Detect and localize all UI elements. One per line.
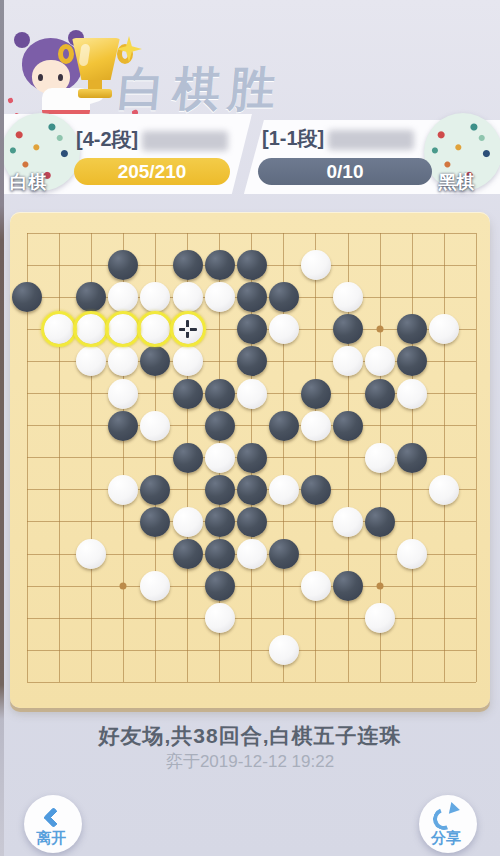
black-side-label: 黑棋 bbox=[438, 170, 474, 194]
stone-white bbox=[76, 346, 106, 376]
stone-white bbox=[205, 443, 235, 473]
stone-white bbox=[205, 603, 235, 633]
stone-black bbox=[237, 507, 267, 537]
stone-black bbox=[140, 346, 170, 376]
white-player-rank: [4-2段] bbox=[76, 126, 228, 153]
stone-black bbox=[237, 475, 267, 505]
winning-line-ring bbox=[73, 311, 109, 347]
stone-black bbox=[333, 314, 363, 344]
stone-white bbox=[237, 539, 267, 569]
game-timestamp: 弈于2019-12-12 19:22 bbox=[0, 750, 500, 773]
share-icon-arrowhead bbox=[449, 802, 461, 816]
stone-black bbox=[205, 475, 235, 505]
stone-white bbox=[365, 443, 395, 473]
stone-white bbox=[333, 346, 363, 376]
stone-black bbox=[397, 443, 427, 473]
black-player-rank: [1-1段] bbox=[262, 125, 414, 152]
stone-white bbox=[365, 603, 395, 633]
stone-white bbox=[140, 411, 170, 441]
stone-black bbox=[173, 443, 203, 473]
confetti bbox=[7, 97, 13, 103]
stone-black bbox=[333, 411, 363, 441]
screen-edge-artifact bbox=[0, 0, 4, 856]
stone-black bbox=[140, 507, 170, 537]
stone-white bbox=[333, 282, 363, 312]
grid-line bbox=[27, 650, 476, 651]
stone-white bbox=[237, 379, 267, 409]
stone-black bbox=[205, 539, 235, 569]
stone-black bbox=[205, 571, 235, 601]
stone-black bbox=[301, 475, 331, 505]
stone-white bbox=[140, 282, 170, 312]
stone-black bbox=[365, 379, 395, 409]
white-player-score-pill: 205/210 bbox=[74, 158, 230, 185]
back-chevron-icon bbox=[43, 807, 64, 828]
grid-line bbox=[444, 233, 445, 682]
grid-line bbox=[27, 586, 476, 587]
winning-line-ring bbox=[137, 311, 173, 347]
stone-black bbox=[12, 282, 42, 312]
share-button-label[interactable]: 分享 bbox=[431, 829, 461, 848]
grid-line bbox=[315, 233, 316, 682]
leave-button-label[interactable]: 离开 bbox=[36, 829, 66, 848]
stone-black bbox=[173, 250, 203, 280]
stone-black bbox=[140, 475, 170, 505]
black-player-score-pill: 0/10 bbox=[258, 158, 432, 185]
stone-black bbox=[365, 507, 395, 537]
star-point bbox=[377, 583, 384, 590]
stone-black bbox=[205, 507, 235, 537]
stone-white bbox=[173, 282, 203, 312]
winning-line-ring bbox=[41, 311, 77, 347]
stone-white bbox=[108, 475, 138, 505]
stone-white bbox=[269, 314, 299, 344]
stone-white bbox=[301, 571, 331, 601]
result-title: 白棋胜 bbox=[115, 58, 286, 121]
gomoku-board[interactable] bbox=[10, 212, 490, 708]
stone-white bbox=[365, 346, 395, 376]
mascot-hair-bun bbox=[14, 32, 30, 48]
stone-white bbox=[429, 475, 459, 505]
stone-white bbox=[301, 250, 331, 280]
last-move-crosshair-icon bbox=[179, 320, 197, 338]
winning-line-ring bbox=[105, 311, 141, 347]
stone-white bbox=[333, 507, 363, 537]
stone-black bbox=[205, 250, 235, 280]
stone-white bbox=[173, 507, 203, 537]
white-side-label: 白棋 bbox=[10, 170, 46, 194]
stone-black bbox=[397, 346, 427, 376]
stone-black bbox=[173, 379, 203, 409]
stone-white bbox=[397, 539, 427, 569]
grid-line bbox=[27, 618, 476, 619]
stone-black bbox=[269, 282, 299, 312]
stone-black bbox=[397, 314, 427, 344]
stone-white bbox=[301, 411, 331, 441]
stone-white bbox=[269, 635, 299, 665]
stone-black bbox=[205, 379, 235, 409]
white-player-name-blurred bbox=[142, 131, 228, 151]
trophy-icon bbox=[58, 44, 74, 64]
stone-white bbox=[108, 282, 138, 312]
stone-black bbox=[333, 571, 363, 601]
stone-black bbox=[237, 282, 267, 312]
star-point bbox=[120, 583, 127, 590]
stone-black bbox=[237, 250, 267, 280]
black-player-name-blurred bbox=[328, 130, 414, 150]
stone-black bbox=[237, 346, 267, 376]
stone-white bbox=[76, 539, 106, 569]
stone-white bbox=[108, 379, 138, 409]
stone-white bbox=[397, 379, 427, 409]
stone-black bbox=[76, 282, 106, 312]
stone-white bbox=[140, 571, 170, 601]
stone-black bbox=[108, 411, 138, 441]
star-point bbox=[377, 326, 384, 333]
stone-black bbox=[205, 411, 235, 441]
stone-black bbox=[269, 539, 299, 569]
stone-white bbox=[429, 314, 459, 344]
grid-line bbox=[476, 233, 477, 682]
stone-white bbox=[108, 346, 138, 376]
stone-black bbox=[108, 250, 138, 280]
stone-black bbox=[173, 539, 203, 569]
game-summary: 好友场,共38回合,白棋五子连珠 bbox=[0, 722, 500, 750]
stone-black bbox=[269, 411, 299, 441]
stone-black bbox=[237, 314, 267, 344]
stone-white bbox=[269, 475, 299, 505]
stone-black bbox=[301, 379, 331, 409]
stone-white bbox=[205, 282, 235, 312]
stone-white bbox=[173, 346, 203, 376]
grid-line bbox=[27, 682, 476, 683]
stone-black bbox=[237, 443, 267, 473]
